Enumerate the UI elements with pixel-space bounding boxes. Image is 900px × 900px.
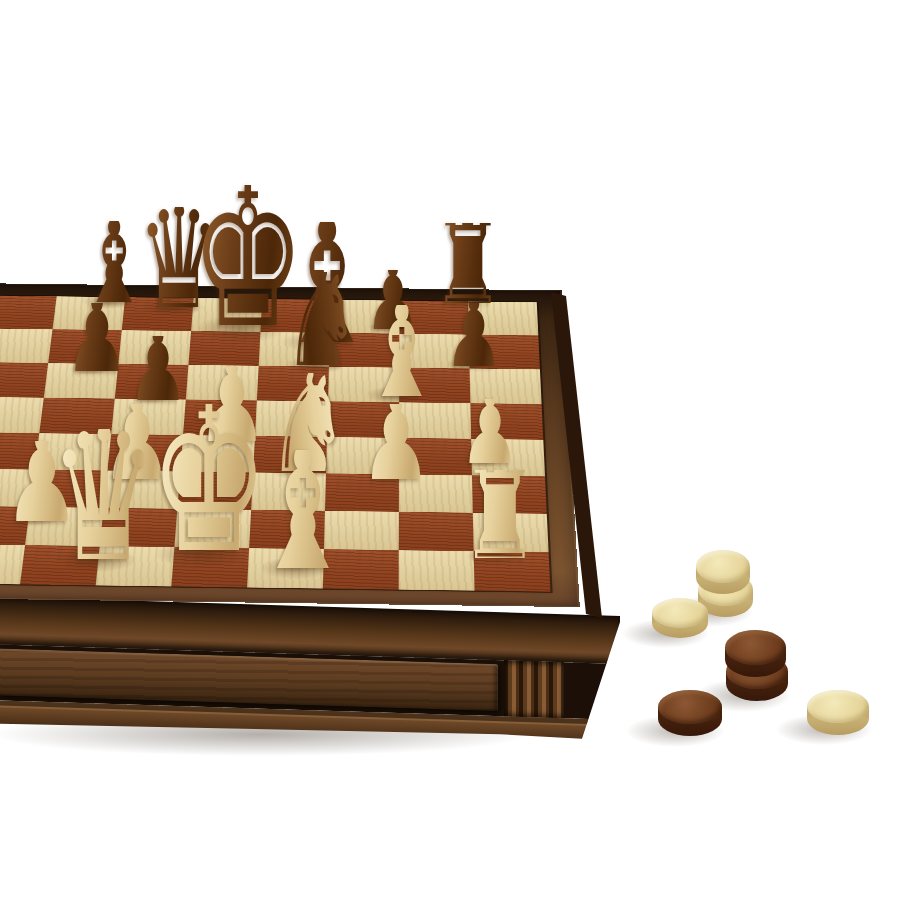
- square-e8: [260, 299, 330, 333]
- square-b7: [48, 329, 122, 364]
- square-a7: [0, 328, 52, 363]
- square-c7: [118, 330, 191, 365]
- square-b1: [20, 545, 100, 585]
- square-h3: [472, 475, 547, 513]
- square-g7: [399, 334, 469, 369]
- square-b3: [30, 470, 108, 508]
- disc-top: [726, 654, 788, 689]
- drawer-front-panel[interactable]: [0, 648, 498, 711]
- disc-shadow: [668, 596, 753, 627]
- square-c8: [122, 297, 194, 331]
- disc-shadow: [776, 714, 872, 745]
- square-c2: [100, 508, 178, 547]
- disc-rim: [807, 706, 869, 718]
- square-d8: [191, 298, 262, 332]
- square-a5: [0, 397, 44, 433]
- square-h4: [471, 439, 545, 476]
- disc-side: [696, 561, 750, 594]
- square-e4: [253, 436, 327, 473]
- square-b5: [39, 398, 114, 434]
- square-c6: [115, 364, 189, 400]
- disc-top: [652, 598, 708, 628]
- square-g5: [399, 402, 471, 439]
- square-f4: [326, 437, 399, 474]
- square-g8: [399, 301, 468, 335]
- disc-rim: [726, 671, 788, 683]
- square-b2: [25, 507, 104, 546]
- square-f5: [327, 401, 399, 438]
- cream-checker-disc-2[interactable]: [696, 550, 750, 594]
- square-a3: [0, 469, 35, 507]
- square-b6: [44, 363, 119, 399]
- square-g4: [399, 438, 472, 475]
- disc-shadow: [622, 619, 709, 648]
- disc-side: [658, 702, 722, 736]
- square-f8: [330, 300, 400, 334]
- square-e6: [257, 366, 329, 402]
- square-c3: [104, 471, 181, 509]
- disc-top: [725, 630, 786, 665]
- disc-top: [807, 690, 869, 723]
- square-e2: [249, 510, 325, 549]
- square-d6: [186, 365, 259, 401]
- square-e7: [259, 332, 330, 367]
- square-c5: [111, 399, 186, 435]
- square-f3: [325, 473, 399, 511]
- square-g6: [399, 368, 470, 404]
- square-b8: [52, 296, 125, 330]
- brown-checker-disc-5[interactable]: [725, 630, 786, 677]
- brown-checker-disc-6[interactable]: [658, 690, 722, 736]
- disc-side: [726, 666, 788, 701]
- square-f2: [324, 511, 399, 550]
- board-grid: [0, 295, 550, 591]
- square-h7: [469, 335, 540, 370]
- disc-side: [807, 702, 869, 735]
- square-d5: [183, 400, 257, 436]
- square-h6: [470, 368, 542, 404]
- disc-rim: [696, 566, 750, 577]
- disc-rim: [658, 707, 722, 719]
- fluted-corner-block: [504, 660, 564, 718]
- brown-checker-disc-4[interactable]: [726, 654, 788, 701]
- square-h2: [473, 513, 549, 552]
- square-e5: [255, 400, 328, 436]
- disc-side: [698, 584, 753, 617]
- square-c4: [107, 434, 183, 471]
- square-b4: [35, 433, 111, 470]
- square-h8: [468, 301, 538, 335]
- square-d7: [188, 331, 260, 366]
- square-d4: [180, 435, 255, 472]
- square-h5: [470, 403, 543, 440]
- disc-side: [652, 608, 708, 638]
- square-f1: [323, 549, 399, 589]
- disc-rim: [725, 647, 786, 659]
- disc-top: [696, 550, 750, 583]
- chess-board: [0, 283, 580, 607]
- square-c1: [96, 546, 175, 586]
- cream-checker-disc-7[interactable]: [807, 690, 869, 735]
- square-d3: [177, 471, 253, 509]
- square-g2: [399, 512, 474, 551]
- disc-rim: [652, 613, 708, 623]
- square-f7: [329, 333, 399, 368]
- square-e1: [247, 548, 324, 588]
- square-e3: [251, 472, 326, 510]
- square-a8: [0, 295, 57, 329]
- square-g3: [399, 474, 473, 512]
- square-a4: [0, 432, 39, 469]
- square-a6: [0, 362, 48, 398]
- disc-top: [658, 690, 722, 724]
- disc-side: [725, 642, 786, 677]
- cream-checker-disc-3[interactable]: [652, 598, 708, 638]
- cream-checker-disc-1[interactable]: [698, 573, 753, 617]
- disc-top: [698, 573, 753, 606]
- square-h1: [474, 551, 551, 591]
- chess-set-photo: ♝♜♛♟♚♝♟♞♟♝♟♟♟♞♟♟♟♚♜♛♝: [0, 0, 900, 900]
- disc-shadow: [695, 679, 791, 712]
- square-g1: [399, 550, 475, 590]
- square-d1: [171, 547, 249, 587]
- square-d2: [174, 509, 251, 548]
- disc-rim: [698, 589, 753, 600]
- square-f6: [328, 367, 399, 403]
